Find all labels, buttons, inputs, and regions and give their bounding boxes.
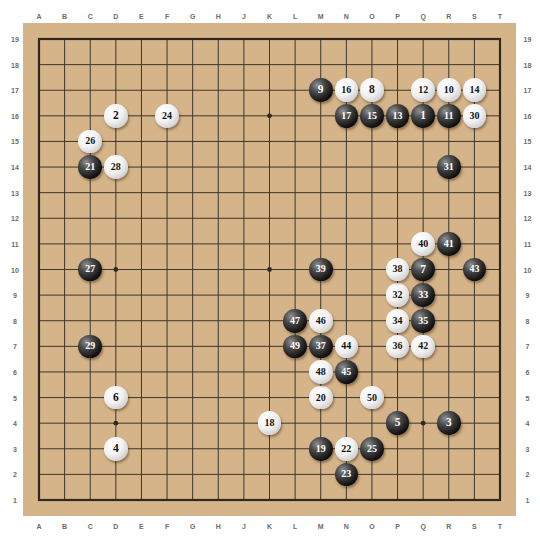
column-label-bottom: Q: [420, 522, 425, 529]
row-label-right: 19: [524, 36, 532, 43]
column-label-bottom: J: [242, 522, 246, 529]
row-label-left: 6: [13, 368, 17, 375]
row-label-left: 2: [13, 471, 17, 478]
column-label-bottom: K: [267, 522, 272, 529]
column-label-top: T: [498, 12, 502, 19]
column-label-bottom: M: [318, 522, 324, 529]
move-number: 4: [113, 443, 119, 455]
white-stone-8: 8: [360, 78, 384, 102]
row-label-left: 7: [13, 343, 17, 350]
star-point: [113, 421, 118, 426]
move-number: 49: [290, 341, 300, 351]
black-stone-1: 1: [411, 104, 435, 128]
white-stone-46: 46: [309, 309, 333, 333]
white-stone-24: 24: [155, 104, 179, 128]
black-stone-15: 15: [360, 104, 384, 128]
white-stone-16: 16: [335, 78, 359, 102]
star-point: [421, 421, 426, 426]
move-number: 37: [316, 341, 326, 351]
black-stone-35: 35: [411, 309, 435, 333]
black-stone-17: 17: [335, 104, 359, 128]
white-stone-10: 10: [437, 78, 461, 102]
move-number: 27: [85, 264, 95, 274]
row-label-right: 13: [524, 189, 532, 196]
white-stone-12: 12: [411, 78, 435, 102]
move-number: 3: [446, 417, 452, 429]
column-label-bottom: A: [36, 522, 41, 529]
star-point: [267, 267, 272, 272]
white-stone-4: 4: [104, 437, 128, 461]
column-label-top: L: [293, 12, 297, 19]
white-stone-6: 6: [104, 386, 128, 410]
move-number: 41: [444, 239, 454, 249]
row-label-left: 18: [11, 61, 19, 68]
move-number: 19: [316, 444, 326, 454]
move-number: 33: [418, 290, 428, 300]
white-stone-2: 2: [104, 104, 128, 128]
black-stone-39: 39: [309, 258, 333, 282]
row-label-right: 16: [524, 112, 532, 119]
move-number: 1: [420, 110, 426, 122]
move-number: 11: [444, 111, 453, 121]
column-label-top: J: [242, 12, 246, 19]
move-number: 17: [341, 111, 351, 121]
white-stone-44: 44: [335, 335, 359, 359]
row-label-right: 11: [524, 240, 531, 247]
row-label-right: 5: [526, 394, 530, 401]
black-stone-45: 45: [335, 360, 359, 384]
white-stone-26: 26: [78, 130, 102, 154]
black-stone-47: 47: [283, 309, 307, 333]
black-stone-49: 49: [283, 335, 307, 359]
column-label-top: H: [216, 12, 221, 19]
column-label-top: P: [395, 12, 400, 19]
column-label-bottom: S: [472, 522, 477, 529]
white-stone-30: 30: [463, 104, 487, 128]
row-label-left: 16: [11, 112, 19, 119]
row-label-left: 9: [13, 292, 17, 299]
move-number: 20: [316, 393, 326, 403]
row-label-left: 10: [11, 266, 19, 273]
column-label-top: O: [369, 12, 374, 19]
white-stone-34: 34: [386, 309, 410, 333]
column-label-bottom: O: [369, 522, 374, 529]
move-number: 25: [367, 444, 377, 454]
move-number: 31: [444, 162, 454, 172]
column-label-top: S: [472, 12, 477, 19]
white-stone-22: 22: [335, 437, 359, 461]
move-number: 2: [113, 110, 119, 122]
move-number: 45: [341, 367, 351, 377]
row-label-right: 8: [526, 317, 530, 324]
column-label-top: E: [139, 12, 144, 19]
column-label-bottom: P: [395, 522, 400, 529]
row-label-right: 10: [524, 266, 532, 273]
row-label-right: 4: [526, 420, 530, 427]
move-number: 13: [393, 111, 403, 121]
white-stone-20: 20: [309, 386, 333, 410]
move-number: 29: [85, 341, 95, 351]
row-label-right: 9: [526, 292, 530, 299]
move-number: 6: [113, 392, 119, 404]
row-label-right: 7: [526, 343, 530, 350]
column-label-bottom: L: [293, 522, 297, 529]
go-diagram-page: { "game": "go", "board": { "size": 19, "…: [0, 0, 540, 540]
column-label-bottom: G: [190, 522, 195, 529]
white-stone-18: 18: [258, 411, 282, 435]
column-label-top: R: [446, 12, 451, 19]
row-label-right: 17: [524, 87, 532, 94]
black-stone-27: 27: [78, 258, 102, 282]
move-number: 21: [85, 162, 95, 172]
move-number: 7: [420, 264, 426, 276]
white-stone-28: 28: [104, 155, 128, 179]
white-stone-42: 42: [411, 335, 435, 359]
row-label-left: 5: [13, 394, 17, 401]
black-stone-9: 9: [309, 78, 333, 102]
row-label-right: 3: [526, 445, 530, 452]
star-point: [113, 267, 118, 272]
black-stone-13: 13: [386, 104, 410, 128]
move-number: 48: [316, 367, 326, 377]
column-label-bottom: R: [446, 522, 451, 529]
black-stone-41: 41: [437, 232, 461, 256]
move-number: 14: [469, 85, 479, 95]
row-label-left: 3: [13, 445, 17, 452]
column-label-top: G: [190, 12, 195, 19]
move-number: 47: [290, 316, 300, 326]
move-number: 16: [341, 85, 351, 95]
black-stone-5: 5: [386, 411, 410, 435]
move-number: 42: [418, 341, 428, 351]
row-label-right: 18: [524, 61, 532, 68]
move-number: 32: [393, 290, 403, 300]
white-stone-50: 50: [360, 386, 384, 410]
column-label-bottom: D: [113, 522, 118, 529]
column-label-bottom: C: [88, 522, 93, 529]
row-label-left: 1: [13, 497, 17, 504]
move-number: 12: [418, 85, 428, 95]
column-label-top: D: [113, 12, 118, 19]
move-number: 28: [111, 162, 121, 172]
row-label-right: 6: [526, 368, 530, 375]
row-label-right: 14: [524, 164, 532, 171]
column-label-top: N: [344, 12, 349, 19]
white-stone-48: 48: [309, 360, 333, 384]
row-label-left: 13: [11, 189, 19, 196]
move-number: 18: [264, 418, 274, 428]
move-number: 5: [395, 417, 401, 429]
column-label-top: F: [165, 12, 169, 19]
row-label-right: 12: [524, 215, 532, 222]
column-label-top: C: [88, 12, 93, 19]
white-stone-40: 40: [411, 232, 435, 256]
black-stone-33: 33: [411, 283, 435, 307]
column-label-top: A: [36, 12, 41, 19]
row-label-left: 19: [11, 36, 19, 43]
row-label-right: 15: [524, 138, 532, 145]
move-number: 50: [367, 393, 377, 403]
move-number: 36: [393, 341, 403, 351]
move-number: 40: [418, 239, 428, 249]
black-stone-19: 19: [309, 437, 333, 461]
column-label-top: K: [267, 12, 272, 19]
black-stone-29: 29: [78, 335, 102, 359]
black-stone-23: 23: [335, 463, 359, 487]
move-number: 39: [316, 264, 326, 274]
black-stone-31: 31: [437, 155, 461, 179]
column-label-bottom: N: [344, 522, 349, 529]
move-number: 9: [318, 84, 324, 96]
column-label-bottom: H: [216, 522, 221, 529]
column-label-bottom: F: [165, 522, 169, 529]
row-label-left: 12: [11, 215, 19, 222]
move-number: 38: [393, 264, 403, 274]
row-label-left: 14: [11, 164, 19, 171]
black-stone-37: 37: [309, 335, 333, 359]
move-number: 44: [341, 341, 351, 351]
row-label-left: 4: [13, 420, 17, 427]
move-number: 8: [369, 84, 375, 96]
column-label-top: B: [62, 12, 67, 19]
black-stone-25: 25: [360, 437, 384, 461]
row-label-left: 8: [13, 317, 17, 324]
row-label-left: 17: [11, 87, 19, 94]
move-number: 26: [85, 136, 95, 146]
move-number: 10: [444, 85, 454, 95]
column-label-bottom: E: [139, 522, 144, 529]
move-number: 30: [469, 111, 479, 121]
star-point: [267, 113, 272, 118]
black-stone-7: 7: [411, 258, 435, 282]
column-label-top: M: [318, 12, 324, 19]
move-number: 15: [367, 111, 377, 121]
move-number: 43: [469, 264, 479, 274]
black-stone-3: 3: [437, 411, 461, 435]
column-label-bottom: T: [498, 522, 502, 529]
white-stone-32: 32: [386, 283, 410, 307]
row-label-right: 1: [526, 497, 530, 504]
black-stone-11: 11: [437, 104, 461, 128]
move-number: 22: [341, 444, 351, 454]
move-number: 34: [393, 316, 403, 326]
row-label-left: 15: [11, 138, 19, 145]
black-stone-21: 21: [78, 155, 102, 179]
column-label-top: Q: [420, 12, 425, 19]
move-number: 35: [418, 316, 428, 326]
row-label-right: 2: [526, 471, 530, 478]
white-stone-14: 14: [463, 78, 487, 102]
row-label-left: 11: [11, 240, 18, 247]
move-number: 23: [341, 469, 351, 479]
column-label-bottom: B: [62, 522, 67, 529]
move-number: 46: [316, 316, 326, 326]
move-number: 24: [162, 111, 172, 121]
